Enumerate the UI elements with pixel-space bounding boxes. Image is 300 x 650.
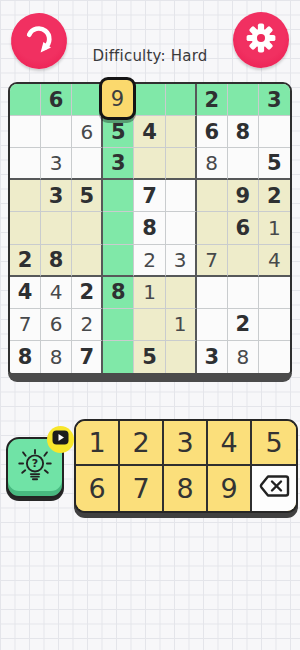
cell-r3c3[interactable] xyxy=(72,148,103,180)
cell-r6c9[interactable]: 4 xyxy=(259,245,290,277)
cell-r8c1[interactable]: 7 xyxy=(10,309,41,341)
cell-r3c1[interactable] xyxy=(10,148,41,180)
user-digit: 8 xyxy=(205,151,218,175)
numpad-key-6[interactable]: 6 xyxy=(76,466,120,511)
given-digit: 8 xyxy=(111,280,126,304)
cell-r1c5[interactable] xyxy=(134,84,165,116)
cell-r4c4[interactable] xyxy=(103,180,134,212)
cell-r5c1[interactable] xyxy=(10,212,41,244)
given-digit: 3 xyxy=(49,184,64,208)
user-digit: 6 xyxy=(80,120,93,144)
cell-r5c2[interactable] xyxy=(41,212,72,244)
selected-cell[interactable]: 9 xyxy=(99,77,136,120)
cell-r5c4[interactable] xyxy=(103,212,134,244)
cell-r2c9[interactable] xyxy=(259,116,290,148)
cell-r3c6[interactable] xyxy=(166,148,197,180)
cell-r1c9[interactable]: 3 xyxy=(259,84,290,116)
cell-r6c5[interactable]: 2 xyxy=(134,245,165,277)
user-digit: 3 xyxy=(174,248,187,272)
numpad-key-3[interactable]: 3 xyxy=(164,421,208,466)
numpad-key-2[interactable]: 2 xyxy=(120,421,164,466)
cell-r4c5[interactable]: 7 xyxy=(134,180,165,212)
cell-r3c7[interactable]: 8 xyxy=(197,148,228,180)
cell-r1c2[interactable]: 6 xyxy=(41,84,72,116)
cell-r1c7[interactable]: 2 xyxy=(197,84,228,116)
given-digit: 5 xyxy=(142,345,157,369)
cell-r9c9[interactable] xyxy=(259,341,290,373)
user-digit: 8 xyxy=(50,345,63,369)
hint-ad-badge[interactable] xyxy=(47,426,74,453)
given-digit: 6 xyxy=(49,88,64,112)
cell-r9c3[interactable]: 7 xyxy=(72,341,103,373)
user-digit: 6 xyxy=(50,312,63,336)
hint-button[interactable]: ? xyxy=(6,437,64,498)
cell-r8c3[interactable]: 2 xyxy=(72,309,103,341)
given-digit: 8 xyxy=(18,345,33,369)
given-digit: 3 xyxy=(267,88,282,112)
cell-r7c5[interactable]: 1 xyxy=(134,277,165,309)
user-digit: 8 xyxy=(236,345,249,369)
cell-r8c8[interactable]: 2 xyxy=(228,309,259,341)
cell-r8c6[interactable]: 1 xyxy=(166,309,197,341)
sudoku-grid: 6236546833853579286128237444281762128875… xyxy=(8,82,292,375)
cell-r3c8[interactable] xyxy=(228,148,259,180)
sudoku-app-screen: Difficulty: Hard 62365468338535792861282… xyxy=(0,0,300,650)
cell-r4c8[interactable]: 9 xyxy=(228,180,259,212)
user-digit: 1 xyxy=(143,280,156,304)
svg-text:?: ? xyxy=(32,457,38,470)
cell-r8c5[interactable] xyxy=(134,309,165,341)
cell-r9c7[interactable]: 3 xyxy=(197,341,228,373)
numpad-backspace-key[interactable] xyxy=(252,466,296,511)
settings-button[interactable] xyxy=(233,12,289,68)
user-digit: 1 xyxy=(268,216,281,240)
given-digit: 3 xyxy=(111,151,126,175)
given-digit: 2 xyxy=(79,280,94,304)
cell-r5c8[interactable]: 6 xyxy=(228,212,259,244)
cell-r9c5[interactable]: 5 xyxy=(134,341,165,373)
cell-r4c3[interactable]: 5 xyxy=(72,180,103,212)
user-digit: 3 xyxy=(50,151,63,175)
cell-r6c2[interactable]: 8 xyxy=(41,245,72,277)
given-digit: 5 xyxy=(267,151,282,175)
cell-r2c5[interactable]: 4 xyxy=(134,116,165,148)
play-video-icon xyxy=(52,430,69,449)
cell-r9c4[interactable] xyxy=(103,341,134,373)
numpad-key-4[interactable]: 4 xyxy=(208,421,252,466)
numpad-key-9[interactable]: 9 xyxy=(208,466,252,511)
cell-r5c5[interactable]: 8 xyxy=(134,212,165,244)
cell-r4c6[interactable] xyxy=(166,180,197,212)
given-digit: 6 xyxy=(236,216,251,240)
cell-r9c2[interactable]: 8 xyxy=(41,341,72,373)
cell-r8c2[interactable]: 6 xyxy=(41,309,72,341)
given-digit: 2 xyxy=(18,248,33,272)
given-digit: 7 xyxy=(142,184,157,208)
cell-r6c8[interactable] xyxy=(228,245,259,277)
user-digit: 1 xyxy=(174,312,187,336)
gear-icon xyxy=(240,17,282,63)
cell-r2c2[interactable] xyxy=(41,116,72,148)
user-digit: 7 xyxy=(19,312,32,336)
cell-r5c6[interactable] xyxy=(166,212,197,244)
cell-r2c1[interactable] xyxy=(10,116,41,148)
cell-r3c2[interactable]: 3 xyxy=(41,148,72,180)
cell-r9c8[interactable]: 8 xyxy=(228,341,259,373)
cell-r8c7[interactable] xyxy=(197,309,228,341)
numpad-key-8[interactable]: 8 xyxy=(164,466,208,511)
user-digit: 4 xyxy=(50,280,63,304)
given-digit: 8 xyxy=(236,120,251,144)
given-digit: 2 xyxy=(236,312,251,336)
cell-r8c9[interactable] xyxy=(259,309,290,341)
numpad-key-5[interactable]: 5 xyxy=(252,421,296,466)
number-pad: 123456789 xyxy=(74,419,298,513)
cell-r8c4[interactable] xyxy=(103,309,134,341)
cell-r2c8[interactable]: 8 xyxy=(228,116,259,148)
given-digit: 6 xyxy=(204,120,219,144)
sudoku-board: 6236546833853579286128237444281762128875… xyxy=(8,82,292,382)
cell-r1c1[interactable] xyxy=(10,84,41,116)
cell-r2c4[interactable]: 5 xyxy=(103,116,134,148)
given-digit: 5 xyxy=(111,120,126,144)
given-digit: 8 xyxy=(49,248,64,272)
cell-r5c3[interactable] xyxy=(72,212,103,244)
cell-r7c9[interactable] xyxy=(259,277,290,309)
cell-r7c4[interactable]: 8 xyxy=(103,277,134,309)
given-digit: 8 xyxy=(142,216,157,240)
cell-r5c7[interactable] xyxy=(197,212,228,244)
cell-r5c9[interactable]: 1 xyxy=(259,212,290,244)
cell-r7c7[interactable] xyxy=(197,277,228,309)
given-digit: 3 xyxy=(204,345,219,369)
cell-r9c1[interactable]: 8 xyxy=(10,341,41,373)
cell-r6c4[interactable] xyxy=(103,245,134,277)
given-digit: 7 xyxy=(79,345,94,369)
cell-r4c7[interactable] xyxy=(197,180,228,212)
cell-r7c8[interactable] xyxy=(228,277,259,309)
cell-r2c7[interactable]: 6 xyxy=(197,116,228,148)
cell-r1c6[interactable] xyxy=(166,84,197,116)
given-digit: 4 xyxy=(18,280,33,304)
cell-r3c5[interactable] xyxy=(134,148,165,180)
cell-r7c3[interactable]: 2 xyxy=(72,277,103,309)
user-digit: 7 xyxy=(205,248,218,272)
numpad-key-1[interactable]: 1 xyxy=(76,421,120,466)
cell-r4c9[interactable]: 2 xyxy=(259,180,290,212)
given-digit: 9 xyxy=(236,184,251,208)
user-digit: 2 xyxy=(143,248,156,272)
given-digit: 2 xyxy=(204,88,219,112)
given-digit: 2 xyxy=(267,184,282,208)
numpad-key-7[interactable]: 7 xyxy=(120,466,164,511)
cell-r4c2[interactable]: 3 xyxy=(41,180,72,212)
user-digit: 4 xyxy=(268,248,281,272)
cell-r2c3[interactable]: 6 xyxy=(72,116,103,148)
cell-r6c7[interactable]: 7 xyxy=(197,245,228,277)
given-digit: 4 xyxy=(142,120,157,144)
cell-r3c4[interactable]: 3 xyxy=(103,148,134,180)
user-digit: 2 xyxy=(80,312,93,336)
cell-r6c6[interactable]: 3 xyxy=(166,245,197,277)
cell-r9c6[interactable] xyxy=(166,341,197,373)
backspace-icon xyxy=(259,473,290,504)
cell-r2c6[interactable] xyxy=(166,116,197,148)
cell-r7c1[interactable]: 4 xyxy=(10,277,41,309)
cell-r7c6[interactable] xyxy=(166,277,197,309)
cell-r7c2[interactable]: 4 xyxy=(41,277,72,309)
cell-r6c3[interactable] xyxy=(72,245,103,277)
board-shadow-base xyxy=(8,373,292,382)
cell-r6c1[interactable]: 2 xyxy=(10,245,41,277)
given-digit: 5 xyxy=(79,184,94,208)
cell-r1c8[interactable] xyxy=(228,84,259,116)
cell-r4c1[interactable] xyxy=(10,180,41,212)
cell-r3c9[interactable]: 5 xyxy=(259,148,290,180)
